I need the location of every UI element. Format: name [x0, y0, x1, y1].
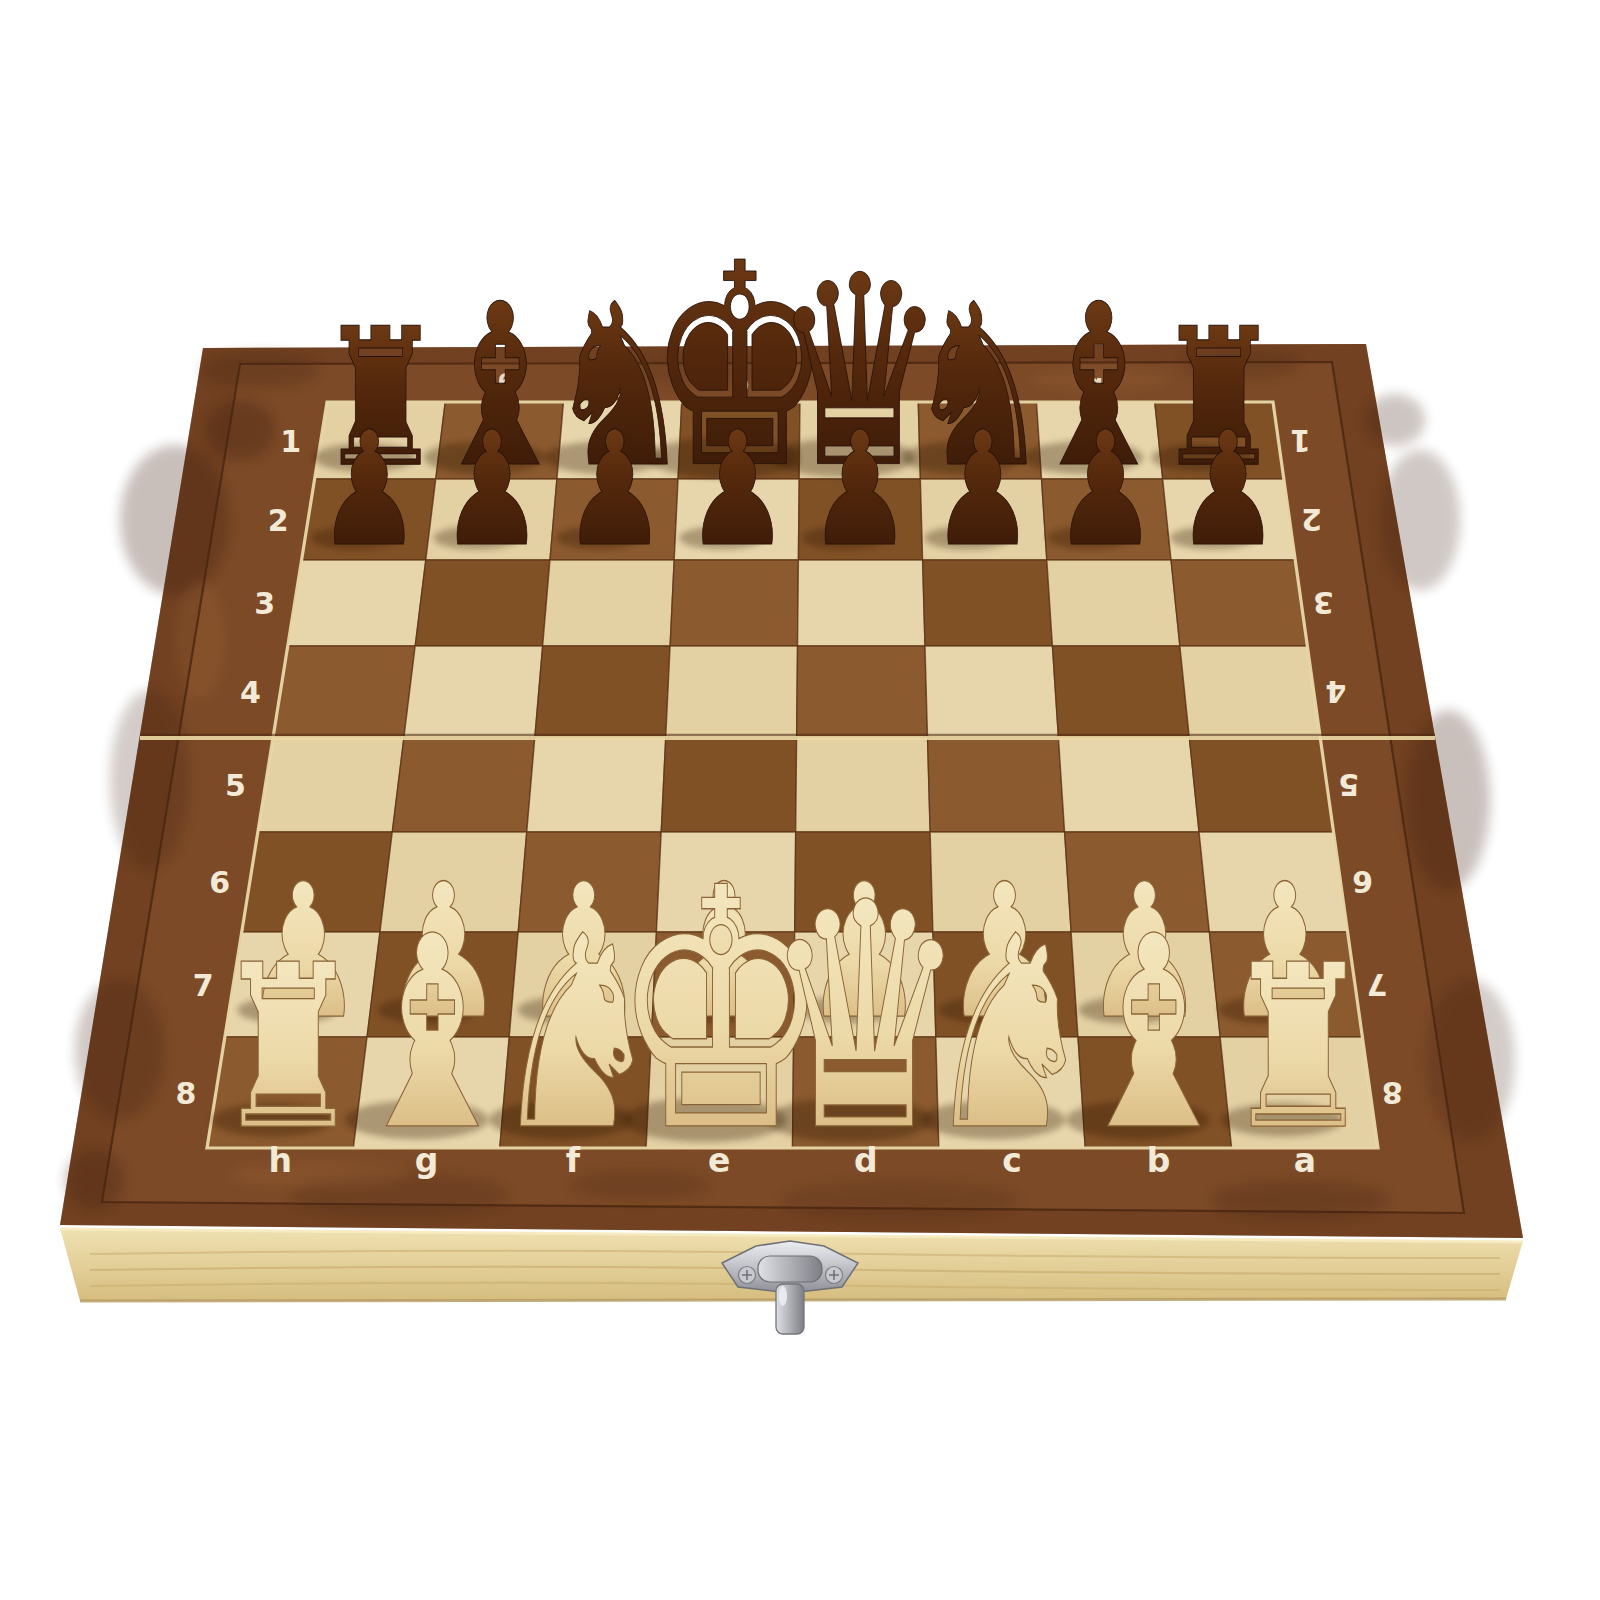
rank-label-left-8: 8 — [175, 1076, 196, 1111]
rank-label-left-5: 5 — [225, 768, 246, 803]
square-h5[interactable] — [258, 737, 404, 832]
rank-label-right-4: 4 — [1325, 674, 1346, 709]
rank-label-left-7: 7 — [193, 968, 214, 1003]
clasp-barrel — [758, 1256, 822, 1282]
piece-dark-p-d2[interactable]: ♟ — [808, 397, 913, 581]
rank-label-left-3: 3 — [254, 586, 275, 621]
square-d4[interactable] — [797, 646, 928, 737]
square-h4[interactable] — [273, 646, 415, 737]
piece-light-b-b8[interactable]: ♝ — [1066, 879, 1242, 1188]
piece-dark-p-e2[interactable]: ♟ — [685, 397, 790, 581]
rank-label-right-6: 6 — [1352, 864, 1373, 899]
square-c4[interactable] — [925, 646, 1058, 737]
square-f4[interactable] — [535, 646, 670, 737]
square-c5[interactable] — [928, 737, 1065, 832]
square-g5[interactable] — [392, 737, 535, 832]
burl-blotch — [205, 400, 275, 460]
piece-dark-p-f2[interactable]: ♟ — [562, 397, 667, 581]
piece-dark-p-c2[interactable]: ♟ — [931, 397, 1036, 581]
rank-label-left-6: 6 — [209, 865, 230, 900]
piece-dark-p-b2[interactable]: ♟ — [1053, 397, 1158, 581]
burl-blotch — [110, 690, 190, 870]
piece-dark-p-h2[interactable]: ♟ — [317, 397, 422, 581]
square-a4[interactable] — [1180, 646, 1320, 737]
square-g4[interactable] — [404, 646, 543, 737]
rank-label-left-4: 4 — [240, 675, 261, 710]
rank-label-right-8: 8 — [1382, 1075, 1403, 1110]
burl-blotch — [1380, 450, 1460, 590]
square-b4[interactable] — [1052, 646, 1189, 737]
rank-label-left-1: 1 — [280, 424, 301, 459]
piece-light-r-a8[interactable]: ♜ — [1223, 917, 1373, 1180]
board-photo-svg: 1122334455667788hgfedcbahgfedcba♜♝♞♚♛♞♝♜… — [0, 0, 1600, 1600]
burl-streak — [175, 580, 225, 700]
rank-label-left-2: 2 — [268, 503, 289, 538]
square-a5[interactable] — [1189, 737, 1333, 832]
rank-label-right-3: 3 — [1313, 585, 1334, 620]
burl-blotch — [1425, 980, 1515, 1140]
square-e4[interactable] — [666, 646, 798, 737]
burl-blotch — [1365, 394, 1425, 446]
burl-blotch — [65, 1150, 125, 1210]
rank-label-right-5: 5 — [1338, 767, 1359, 802]
chess-set-photo: 1122334455667788hgfedcbahgfedcba♜♝♞♚♛♞♝♜… — [0, 0, 1600, 1600]
square-b5[interactable] — [1058, 737, 1199, 832]
piece-light-r-h8[interactable]: ♜ — [213, 917, 363, 1180]
rank-label-right-2: 2 — [1301, 502, 1322, 537]
burl-blotch — [200, 352, 320, 388]
piece-dark-p-a2[interactable]: ♟ — [1176, 397, 1281, 581]
piece-dark-p-g2[interactable]: ♟ — [440, 397, 545, 581]
clasp-highlight — [779, 1286, 787, 1306]
rank-label-right-1: 1 — [1290, 423, 1311, 458]
